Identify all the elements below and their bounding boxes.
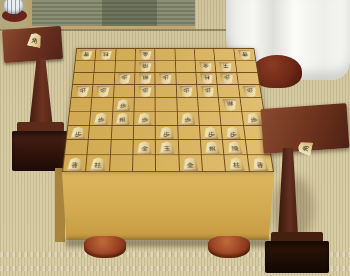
piece-kanji: 歩 — [163, 132, 170, 137]
square-2e[interactable]: 銀 — [219, 98, 242, 111]
square-7a[interactable] — [116, 49, 136, 61]
square-8d[interactable]: 歩 — [93, 85, 115, 98]
square-4c[interactable] — [176, 73, 197, 86]
piece-pawn-9d[interactable]: 歩 — [75, 86, 90, 97]
square-2a[interactable] — [214, 49, 235, 61]
teacup — [4, 0, 23, 14]
piece-silver-2e[interactable]: 銀 — [223, 99, 238, 111]
piece-pawn-2g[interactable]: 歩 — [225, 127, 241, 140]
square-3a[interactable] — [195, 49, 216, 61]
square-5c[interactable]: 歩 — [156, 73, 177, 86]
square-9g[interactable]: 歩 — [67, 126, 91, 141]
piece-knight-8i[interactable]: 桂 — [90, 158, 106, 172]
square-2f[interactable] — [220, 112, 243, 126]
square-9d[interactable]: 歩 — [71, 85, 93, 98]
square-4d[interactable]: 歩 — [176, 85, 198, 98]
square-6a[interactable]: 金 — [136, 49, 156, 61]
square-9i[interactable]: 香 — [63, 155, 88, 171]
square-6i[interactable] — [133, 155, 156, 171]
square-6b[interactable]: 飛 — [135, 60, 155, 72]
square-2b[interactable]: 玉 — [215, 60, 236, 72]
square-8f[interactable]: 歩 — [90, 112, 113, 126]
square-6f[interactable]: 歩 — [134, 112, 156, 126]
square-9b[interactable] — [74, 60, 95, 72]
square-2g[interactable]: 歩 — [222, 126, 246, 141]
piece-pawn-4f[interactable]: 歩 — [181, 113, 196, 125]
piece-kanji: 玉 — [222, 64, 229, 68]
square-7e[interactable]: 歩 — [113, 98, 135, 111]
piece-kanji: 香 — [241, 52, 248, 56]
square-2c[interactable]: 歩 — [217, 73, 239, 86]
square-4f[interactable]: 歩 — [177, 112, 199, 126]
square-6d[interactable]: 歩 — [135, 85, 156, 98]
piece-pawn-5g[interactable]: 歩 — [159, 127, 174, 140]
piece-kanji: 桂 — [102, 52, 108, 56]
square-3g[interactable]: 歩 — [200, 126, 223, 141]
piece-pawn-8d[interactable]: 歩 — [96, 86, 110, 97]
board-grid: 香桂金香飛金玉歩銀歩桂歩歩歩歩歩歩歩歩銀歩銀歩歩歩歩歩歩歩金玉銀飛香桂金桂香 — [63, 49, 273, 171]
right-komadai-base — [265, 241, 329, 273]
square-4b[interactable] — [176, 60, 197, 72]
piece-kanji: 歩 — [224, 76, 231, 81]
piece-kanji: 金 — [141, 146, 148, 152]
piece-pawn-1f[interactable]: 歩 — [246, 113, 262, 125]
piece-kanji: 歩 — [250, 117, 257, 122]
square-5a[interactable] — [155, 49, 175, 61]
piece-lance-9a[interactable]: 香 — [79, 50, 93, 60]
square-1d[interactable]: 歩 — [239, 85, 262, 98]
square-3f[interactable] — [199, 112, 222, 126]
piece-knight-3c[interactable]: 桂 — [200, 74, 214, 85]
piece-king-5h[interactable]: 玉 — [160, 141, 175, 154]
piece-kanji: 金 — [202, 64, 209, 68]
square-9c[interactable] — [73, 73, 95, 86]
square-7b[interactable] — [115, 60, 136, 72]
board-front-face — [62, 172, 274, 240]
piece-rook-2h[interactable]: 飛 — [227, 141, 243, 154]
piece-gold-4i[interactable]: 金 — [183, 158, 199, 172]
square-4g[interactable] — [178, 126, 201, 141]
piece-kanji: 歩 — [120, 104, 127, 109]
square-8g[interactable] — [89, 126, 112, 141]
square-3b[interactable]: 金 — [195, 60, 216, 72]
square-9a[interactable]: 香 — [76, 49, 97, 61]
piece-kanji: 香 — [71, 163, 79, 169]
square-5e[interactable] — [156, 98, 178, 111]
square-5g[interactable]: 歩 — [156, 126, 178, 141]
piece-kanji: 歩 — [230, 132, 237, 137]
green-mat — [27, 0, 195, 29]
piece-pawn-1d[interactable]: 歩 — [242, 86, 257, 97]
square-5f[interactable] — [156, 112, 178, 126]
piece-kanji: 玉 — [163, 146, 170, 152]
piece-knight-2i[interactable]: 桂 — [229, 158, 245, 172]
square-4i[interactable]: 金 — [179, 155, 203, 171]
square-2h[interactable]: 飛 — [223, 140, 247, 155]
piece-kanji: 歩 — [98, 117, 105, 122]
square-8c[interactable] — [94, 73, 115, 86]
piece-kanji: 歩 — [246, 88, 253, 93]
square-5i[interactable] — [156, 155, 179, 171]
piece-kanji: 銀 — [142, 76, 148, 81]
piece-knight-8a[interactable]: 桂 — [99, 50, 112, 60]
piece-lance-1i[interactable]: 香 — [252, 158, 269, 172]
piece-kanji: 歩 — [204, 88, 211, 93]
piece-kanji: 銀 — [119, 117, 126, 122]
piece-kanji: 銀 — [226, 101, 233, 106]
piece-kanji: 飛 — [142, 64, 148, 68]
square-6c[interactable]: 銀 — [135, 73, 156, 86]
square-9h[interactable] — [65, 140, 89, 155]
piece-gold-3b[interactable]: 金 — [199, 62, 213, 72]
square-8a[interactable]: 桂 — [96, 49, 117, 61]
piece-king-2b[interactable]: 玉 — [219, 62, 233, 72]
piece-kanji: 香 — [83, 52, 90, 56]
piece-kanji: 歩 — [183, 88, 190, 93]
square-1a[interactable]: 香 — [234, 49, 255, 61]
square-1b[interactable] — [235, 60, 257, 72]
square-8b[interactable] — [95, 60, 116, 72]
square-6e[interactable] — [134, 98, 155, 111]
square-7f[interactable]: 銀 — [112, 112, 134, 126]
square-4a[interactable] — [175, 49, 195, 61]
piece-kanji: 桂 — [203, 76, 210, 81]
captured-piece-kanji: 角 — [31, 37, 39, 45]
piece-kanji: 歩 — [142, 88, 148, 93]
piece-lance-9i[interactable]: 香 — [67, 158, 83, 172]
square-3i[interactable] — [202, 155, 226, 171]
piece-pawn-3g[interactable]: 歩 — [203, 127, 218, 140]
square-7c[interactable]: 歩 — [114, 73, 135, 86]
square-8i[interactable]: 桂 — [86, 155, 110, 171]
square-4h[interactable] — [178, 140, 201, 155]
square-7h[interactable] — [111, 140, 134, 155]
piece-lance-1a[interactable]: 香 — [238, 50, 252, 60]
piece-kanji: 歩 — [162, 76, 168, 81]
piece-pawn-8f[interactable]: 歩 — [94, 113, 109, 125]
piece-kanji: 歩 — [207, 132, 214, 137]
piece-kanji: 桂 — [233, 163, 241, 169]
piece-gold-6h[interactable]: 金 — [137, 141, 152, 154]
shogi-board: 香桂金香飛金玉歩銀歩桂歩歩歩歩歩歩歩歩銀歩銀歩歩歩歩歩歩歩金玉銀飛香桂金桂香 — [62, 48, 274, 172]
square-3h[interactable]: 銀 — [201, 140, 225, 155]
square-9e[interactable] — [70, 98, 93, 111]
square-5d[interactable] — [156, 85, 177, 98]
piece-pawn-7e[interactable]: 歩 — [116, 99, 130, 111]
piece-kanji: 歩 — [141, 117, 148, 122]
piece-pawn-3d[interactable]: 歩 — [200, 86, 214, 97]
piece-kanji: 歩 — [79, 88, 86, 93]
piece-pawn-9g[interactable]: 歩 — [70, 127, 85, 140]
piece-kanji: 歩 — [74, 132, 81, 137]
square-2i[interactable]: 桂 — [225, 155, 250, 171]
piece-pawn-7c[interactable]: 歩 — [118, 74, 132, 85]
piece-kanji: 歩 — [185, 117, 192, 122]
board-leg — [208, 236, 250, 258]
captured-piece-kanji: 角 — [302, 144, 310, 152]
piece-silver-7f[interactable]: 銀 — [116, 113, 130, 125]
square-3d[interactable]: 歩 — [197, 85, 219, 98]
piece-silver-3h[interactable]: 銀 — [204, 141, 220, 154]
piece-kanji: 香 — [256, 163, 264, 169]
piece-pawn-4d[interactable]: 歩 — [180, 86, 194, 97]
piece-kanji: 金 — [142, 52, 148, 56]
shogi-photo-scene: 角 香桂金香飛金玉歩銀歩桂歩歩歩歩歩歩歩歩銀歩銀歩歩歩歩歩歩歩金玉銀飛香桂金桂香… — [0, 0, 350, 276]
square-6g[interactable] — [134, 126, 156, 141]
square-4e[interactable] — [177, 98, 199, 111]
square-8e[interactable] — [91, 98, 113, 111]
square-6h[interactable]: 金 — [133, 140, 156, 155]
square-3c[interactable]: 桂 — [196, 73, 218, 86]
piece-pawn-5c[interactable]: 歩 — [159, 74, 172, 85]
square-2d[interactable] — [218, 85, 240, 98]
piece-kanji: 飛 — [231, 146, 239, 152]
square-8h[interactable] — [88, 140, 112, 155]
piece-kanji: 歩 — [100, 88, 107, 93]
piece-pawn-6d[interactable]: 歩 — [138, 86, 152, 97]
piece-pawn-2c[interactable]: 歩 — [220, 74, 234, 85]
piece-rook-6b[interactable]: 飛 — [139, 62, 152, 72]
piece-kanji: 金 — [187, 163, 194, 169]
square-9f[interactable] — [68, 112, 91, 126]
square-7d[interactable] — [114, 85, 135, 98]
board-leg — [84, 236, 126, 258]
piece-gold-6a[interactable]: 金 — [139, 50, 152, 60]
square-1i[interactable]: 香 — [248, 155, 273, 171]
square-1c[interactable] — [237, 73, 259, 86]
square-7g[interactable] — [111, 126, 134, 141]
piece-kanji: 桂 — [94, 163, 102, 169]
piece-silver-6c[interactable]: 銀 — [138, 74, 151, 85]
square-5b[interactable] — [156, 60, 176, 72]
piece-kanji: 歩 — [121, 76, 128, 81]
piece-kanji: 銀 — [209, 146, 216, 152]
square-5h[interactable]: 玉 — [156, 140, 179, 155]
green-mat-shading — [102, 0, 157, 26]
square-3e[interactable] — [198, 98, 220, 111]
piece-pawn-6f[interactable]: 歩 — [138, 113, 152, 125]
left-komadai-base — [12, 131, 68, 171]
square-7i[interactable] — [110, 155, 134, 171]
